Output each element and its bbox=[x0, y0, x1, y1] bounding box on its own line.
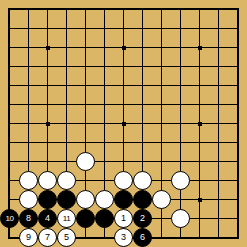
stone-white-c2r11 bbox=[19, 190, 38, 209]
stone-white-c5r11 bbox=[76, 190, 95, 209]
stone-white-c4r10 bbox=[57, 171, 76, 190]
stone-white-c7r10 bbox=[114, 171, 133, 190]
stone-white-c10r12 bbox=[171, 209, 190, 228]
stone-white-move-1: 1 bbox=[114, 209, 133, 228]
stone-white-c9r11 bbox=[152, 190, 171, 209]
stone-black-move-4: 4 bbox=[38, 209, 57, 228]
stone-white-c5r9 bbox=[76, 152, 95, 171]
stone-white-move-5: 5 bbox=[57, 228, 76, 247]
stone-black-move-2: 2 bbox=[133, 209, 152, 228]
stone-white-move-9: 9 bbox=[19, 228, 38, 247]
stone-white-c2r10 bbox=[19, 171, 38, 190]
stone-black-c5r12 bbox=[76, 209, 95, 228]
stone-black-move-10: 10 bbox=[0, 209, 19, 228]
stone-black-c7r11 bbox=[114, 190, 133, 209]
stone-black-move-6: 6 bbox=[133, 228, 152, 247]
go-board: 1084111297536 bbox=[0, 0, 247, 247]
stone-white-move-7: 7 bbox=[38, 228, 57, 247]
stone-white-move-3: 3 bbox=[114, 228, 133, 247]
stone-white-c3r10 bbox=[38, 171, 57, 190]
stone-black-c4r11 bbox=[57, 190, 76, 209]
stone-white-c6r11 bbox=[95, 190, 114, 209]
stone-white-c8r10 bbox=[133, 171, 152, 190]
stone-black-c6r12 bbox=[95, 209, 114, 228]
stone-black-move-8: 8 bbox=[19, 209, 38, 228]
stone-white-move-11: 11 bbox=[57, 209, 76, 228]
stone-black-c8r11 bbox=[133, 190, 152, 209]
stone-white-c10r10 bbox=[171, 171, 190, 190]
stone-layer: 1084111297536 bbox=[0, 0, 247, 247]
stone-black-c3r11 bbox=[38, 190, 57, 209]
